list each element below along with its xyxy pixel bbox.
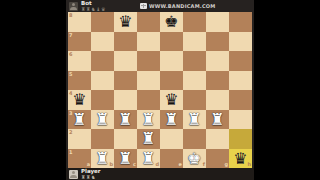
square-f7[interactable] — [183, 32, 206, 52]
square-f8[interactable] — [183, 12, 206, 32]
file-label-b: b — [109, 162, 113, 167]
file-label-h: h — [247, 162, 251, 167]
square-b2[interactable] — [91, 129, 114, 149]
square-c6[interactable] — [114, 51, 137, 71]
rank-label-7: 7 — [69, 33, 72, 38]
square-e5[interactable] — [160, 71, 183, 91]
file-label-c: c — [133, 162, 136, 167]
square-d1[interactable]: ♜d — [137, 149, 160, 169]
square-f6[interactable] — [183, 51, 206, 71]
file-label-e: e — [179, 162, 182, 167]
square-b6[interactable] — [91, 51, 114, 71]
square-g4[interactable] — [206, 90, 229, 110]
square-h3[interactable] — [229, 110, 252, 130]
square-d7[interactable] — [137, 32, 160, 52]
square-g5[interactable] — [206, 71, 229, 91]
white-rook-g3: ♜ — [206, 110, 229, 130]
black-queen-c8: ♛ — [114, 12, 137, 32]
square-h2[interactable] — [229, 129, 252, 149]
square-f2[interactable] — [183, 129, 206, 149]
square-e1[interactable]: e — [160, 149, 183, 169]
square-f4[interactable] — [183, 90, 206, 110]
square-b3[interactable]: ♜ — [91, 110, 114, 130]
square-d3[interactable]: ♜ — [137, 110, 160, 130]
square-b4[interactable] — [91, 90, 114, 110]
square-d4[interactable] — [137, 90, 160, 110]
rank-label-2: 2 — [69, 130, 72, 135]
square-a5[interactable]: 5 — [68, 71, 91, 91]
square-h5[interactable] — [229, 71, 252, 91]
square-a4[interactable]: ♛4 — [68, 90, 91, 110]
file-label-g: g — [224, 162, 228, 167]
square-b8[interactable] — [91, 12, 114, 32]
rank-label-5: 5 — [69, 72, 72, 77]
square-d8[interactable] — [137, 12, 160, 32]
square-e4[interactable]: ♛ — [160, 90, 183, 110]
chess-board[interactable]: 8♛♚765♛4♛♜3♜♜♜♜♜♜2♜1a♜b♜c♜de♚fg♛h — [68, 12, 252, 168]
square-c1[interactable]: ♜c — [114, 149, 137, 169]
square-b5[interactable] — [91, 71, 114, 91]
rank-label-4: 4 — [69, 91, 72, 96]
square-c8[interactable]: ♛ — [114, 12, 137, 32]
square-f1[interactable]: ♚f — [183, 149, 206, 169]
white-rook-b3: ♜ — [91, 110, 114, 130]
bandicam-watermark: WWW.BANDICAM.COM — [140, 1, 215, 10]
square-c7[interactable] — [114, 32, 137, 52]
square-e6[interactable] — [160, 51, 183, 71]
watermark-text: WWW.BANDICAM.COM — [149, 3, 215, 9]
video-content-area: Bot ♜♜♞♝♛ WWW.BANDICAM.COM 8♛♚765♛4♛♜3♜♜… — [66, 0, 254, 180]
black-queen-e4: ♛ — [160, 90, 183, 110]
square-g3[interactable]: ♜ — [206, 110, 229, 130]
white-rook-d3: ♜ — [137, 110, 160, 130]
rank-label-6: 6 — [69, 52, 72, 57]
square-g8[interactable] — [206, 12, 229, 32]
bottom-player-bar: Player ♜♜♞ — [66, 168, 254, 180]
rank-label-8: 8 — [69, 13, 72, 18]
square-a3[interactable]: ♜3 — [68, 110, 91, 130]
file-label-d: d — [155, 162, 159, 167]
square-a1[interactable]: 1a — [68, 149, 91, 169]
top-player-avatar[interactable] — [69, 2, 78, 11]
bandicam-logo-icon — [140, 3, 147, 9]
square-a8[interactable]: 8 — [68, 12, 91, 32]
square-f5[interactable] — [183, 71, 206, 91]
square-e8[interactable]: ♚ — [160, 12, 183, 32]
square-c3[interactable]: ♜ — [114, 110, 137, 130]
square-b7[interactable] — [91, 32, 114, 52]
white-rook-d2: ♜ — [137, 129, 160, 149]
white-rook-f3: ♜ — [183, 110, 206, 130]
white-rook-c3: ♜ — [114, 110, 137, 130]
rank-label-1: 1 — [69, 150, 72, 155]
square-g6[interactable] — [206, 51, 229, 71]
square-c5[interactable] — [114, 71, 137, 91]
bottom-player-avatar[interactable] — [69, 170, 78, 179]
square-a2[interactable]: 2 — [68, 129, 91, 149]
square-g7[interactable] — [206, 32, 229, 52]
square-h7[interactable] — [229, 32, 252, 52]
square-e7[interactable] — [160, 32, 183, 52]
bottom-player-captured-pieces: ♜♜♞ — [81, 175, 101, 180]
square-c2[interactable] — [114, 129, 137, 149]
square-b1[interactable]: ♜b — [91, 149, 114, 169]
file-label-f: f — [203, 162, 205, 167]
file-label-a: a — [87, 162, 90, 167]
square-h1[interactable]: ♛h — [229, 149, 252, 169]
square-a6[interactable]: 6 — [68, 51, 91, 71]
square-g2[interactable] — [206, 129, 229, 149]
rank-label-3: 3 — [69, 111, 72, 116]
square-d2[interactable]: ♜ — [137, 129, 160, 149]
square-h4[interactable] — [229, 90, 252, 110]
square-d5[interactable] — [137, 71, 160, 91]
square-a7[interactable]: 7 — [68, 32, 91, 52]
square-e2[interactable] — [160, 129, 183, 149]
square-h8[interactable] — [229, 12, 252, 32]
square-d6[interactable] — [137, 51, 160, 71]
square-g1[interactable]: g — [206, 149, 229, 169]
square-c4[interactable] — [114, 90, 137, 110]
top-player-captured-pieces: ♜♜♞♝♛ — [81, 7, 106, 12]
square-h6[interactable] — [229, 51, 252, 71]
white-rook-e3: ♜ — [160, 110, 183, 130]
square-e3[interactable]: ♜ — [160, 110, 183, 130]
black-king-e8: ♚ — [160, 12, 183, 32]
square-f3[interactable]: ♜ — [183, 110, 206, 130]
